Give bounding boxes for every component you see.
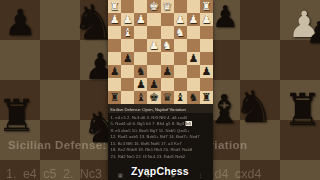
background-black-piece-icon: ♟ bbox=[4, 5, 36, 41]
board-square[interactable]: ♟ bbox=[134, 78, 147, 91]
board-square[interactable] bbox=[174, 39, 187, 52]
board-square[interactable] bbox=[147, 26, 160, 39]
white-piece-icon: ♟ bbox=[123, 14, 133, 25]
move-line: 21. Rd2 Ne5 22. f3 Nc4 23. Rdd1 Nxb2 bbox=[111, 153, 214, 160]
board-square[interactable]: ♞ bbox=[174, 26, 187, 39]
background-square bbox=[240, 0, 280, 40]
board-square[interactable]: ♟ bbox=[108, 65, 121, 78]
board-square[interactable]: ♟ bbox=[187, 13, 200, 26]
background-square bbox=[0, 40, 40, 80]
black-piece-icon: ♟ bbox=[136, 79, 146, 90]
board-square[interactable] bbox=[147, 65, 160, 78]
board-square[interactable] bbox=[161, 52, 174, 65]
board-square[interactable] bbox=[187, 0, 200, 13]
board-square[interactable] bbox=[108, 26, 121, 39]
white-piece-icon: ♞ bbox=[162, 40, 172, 51]
board-square[interactable]: ♟ bbox=[200, 13, 213, 26]
current-move-highlight[interactable]: b5 bbox=[185, 121, 192, 126]
background-black-piece-icon: ♜ bbox=[283, 88, 320, 132]
move-list: 1. e4 c5 2. Nc3 d6 3. Nf3 Nf6 4. d4 cxd4… bbox=[108, 113, 213, 161]
white-piece-icon: ♚ bbox=[149, 1, 159, 12]
board-square[interactable]: ♟ bbox=[147, 78, 160, 91]
white-piece-icon: ♞ bbox=[175, 27, 185, 38]
video-frame: Sicilian Defense: Open, Najdorf Variatio… bbox=[0, 0, 320, 180]
board-square[interactable] bbox=[161, 26, 174, 39]
black-piece-icon: ♟ bbox=[123, 53, 133, 64]
board-square[interactable] bbox=[161, 13, 174, 26]
board-square[interactable]: ♟ bbox=[161, 65, 174, 78]
board-square[interactable]: ♛ bbox=[161, 91, 174, 104]
board-square[interactable] bbox=[200, 39, 213, 52]
board-square[interactable] bbox=[134, 0, 147, 13]
board-square[interactable] bbox=[200, 26, 213, 39]
white-piece-icon: ♟ bbox=[175, 14, 185, 25]
black-piece-icon: ♟ bbox=[149, 79, 159, 90]
white-piece-icon: ♜ bbox=[110, 1, 120, 12]
board-square[interactable]: ♟ bbox=[134, 13, 147, 26]
board-square[interactable] bbox=[121, 39, 134, 52]
board-square[interactable] bbox=[187, 26, 200, 39]
board-square[interactable]: ♚ bbox=[147, 91, 160, 104]
board-square[interactable]: ♟ bbox=[108, 13, 121, 26]
board-square[interactable] bbox=[174, 52, 187, 65]
board-square[interactable] bbox=[187, 39, 200, 52]
black-piece-icon: ♞ bbox=[188, 92, 198, 103]
board-square[interactable] bbox=[134, 39, 147, 52]
board-square[interactable] bbox=[174, 0, 187, 13]
board-square[interactable] bbox=[187, 78, 200, 91]
board-square[interactable]: ♛ bbox=[161, 0, 174, 13]
chess-board[interactable]: ♜♚♛♜♟♟♟♟♟♟♝♞♟♞♟♟♟♞♟♟♟♟♜♝♚♛♝♞♜ bbox=[108, 0, 213, 104]
white-piece-icon: ♟ bbox=[110, 14, 120, 25]
board-square[interactable]: ♟ bbox=[121, 52, 134, 65]
black-piece-icon: ♜ bbox=[202, 92, 212, 103]
board-square[interactable]: ♜ bbox=[200, 91, 213, 104]
board-square[interactable]: ♟ bbox=[200, 65, 213, 78]
board-square[interactable] bbox=[121, 65, 134, 78]
opening-title-bar: Sicilian Defense: Open, Najdorf Variatio… bbox=[108, 104, 213, 113]
board-square[interactable]: ♜ bbox=[108, 0, 121, 13]
black-piece-icon: ♛ bbox=[162, 92, 172, 103]
board-square[interactable] bbox=[121, 0, 134, 13]
board-square[interactable]: ♟ bbox=[174, 13, 187, 26]
opening-title: Sicilian Defense: Open, Najdorf Variatio… bbox=[108, 106, 186, 111]
board-square[interactable]: ♟ bbox=[147, 39, 160, 52]
board-square[interactable] bbox=[121, 91, 134, 104]
board-square[interactable] bbox=[108, 78, 121, 91]
black-piece-icon: ♝ bbox=[136, 92, 146, 103]
board-square[interactable]: ♝ bbox=[121, 26, 134, 39]
board-square[interactable] bbox=[121, 78, 134, 91]
board-square[interactable]: ♞ bbox=[161, 39, 174, 52]
board-square[interactable]: ♞ bbox=[134, 65, 147, 78]
background-square bbox=[240, 40, 280, 80]
board-square[interactable]: ♞ bbox=[187, 91, 200, 104]
black-piece-icon: ♜ bbox=[110, 92, 120, 103]
white-piece-icon: ♟ bbox=[136, 14, 146, 25]
board-square[interactable] bbox=[200, 78, 213, 91]
board-square[interactable] bbox=[174, 65, 187, 78]
board-square[interactable] bbox=[147, 52, 160, 65]
board-square[interactable] bbox=[187, 65, 200, 78]
background-black-piece-icon: ♞ bbox=[234, 85, 273, 129]
board-square[interactable] bbox=[108, 52, 121, 65]
board-square[interactable] bbox=[147, 13, 160, 26]
black-piece-icon: ♟ bbox=[202, 66, 212, 77]
board-square[interactable]: ♟ bbox=[121, 13, 134, 26]
board-square[interactable] bbox=[174, 78, 187, 91]
board-square[interactable]: ♟ bbox=[187, 52, 200, 65]
board-square[interactable]: ♚ bbox=[147, 0, 160, 13]
white-piece-icon: ♝ bbox=[123, 27, 133, 38]
white-piece-icon: ♟ bbox=[202, 14, 212, 25]
channel-watermark: ZyapChess bbox=[0, 165, 320, 177]
white-piece-icon: ♛ bbox=[162, 1, 172, 12]
board-square[interactable]: ♝ bbox=[134, 91, 147, 104]
white-piece-icon: ♜ bbox=[202, 1, 212, 12]
background-square bbox=[40, 80, 80, 120]
black-piece-icon: ♟ bbox=[162, 66, 172, 77]
background-black-piece-icon: ♜ bbox=[0, 94, 36, 138]
black-piece-icon: ♚ bbox=[149, 92, 159, 103]
board-square[interactable]: ♜ bbox=[108, 91, 121, 104]
black-piece-icon: ♞ bbox=[136, 66, 146, 77]
board-square[interactable] bbox=[134, 26, 147, 39]
board-square[interactable]: ♝ bbox=[174, 91, 187, 104]
app-screenshot-column: ♜♚♛♜♟♟♟♟♟♟♝♞♟♞♟♟♟♞♟♟♟♟♜♝♚♛♝♞♜ Sicilian D… bbox=[108, 0, 213, 180]
board-square[interactable] bbox=[200, 52, 213, 65]
board-square[interactable] bbox=[161, 78, 174, 91]
board-square[interactable] bbox=[134, 52, 147, 65]
board-square[interactable] bbox=[108, 39, 121, 52]
black-piece-icon: ♟ bbox=[110, 66, 120, 77]
black-piece-icon: ♟ bbox=[188, 53, 198, 64]
background-black-piece-icon: ♟ bbox=[212, 2, 239, 32]
board-square[interactable]: ♜ bbox=[200, 0, 213, 13]
black-piece-icon: ♝ bbox=[175, 92, 185, 103]
white-piece-icon: ♟ bbox=[149, 40, 159, 51]
white-piece-icon: ♟ bbox=[188, 14, 198, 25]
background-black-piece-icon: ♟ bbox=[306, 18, 320, 48]
